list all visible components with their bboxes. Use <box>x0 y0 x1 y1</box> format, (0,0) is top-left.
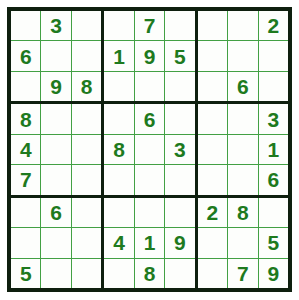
cell-r2c2[interactable] <box>41 41 70 70</box>
cell-r5c8[interactable] <box>228 135 257 164</box>
cell-r7c4[interactable] <box>104 198 133 227</box>
cell-r2c3[interactable] <box>72 41 101 70</box>
cell-r1c5[interactable]: 7 <box>135 11 164 40</box>
cell-r3c1[interactable] <box>11 72 40 101</box>
cell-r8c4[interactable]: 4 <box>104 228 133 257</box>
box-2-1: 847 <box>11 104 101 194</box>
cell-r4c3[interactable] <box>72 104 101 133</box>
cell-r2c9[interactable] <box>259 41 288 70</box>
cell-r2c8[interactable] <box>228 41 257 70</box>
cell-r7c3[interactable] <box>72 198 101 227</box>
sudoku-page: 369871952684768331665419828579 <box>0 0 299 300</box>
cell-r5c5[interactable] <box>135 135 164 164</box>
cell-r3c8[interactable]: 6 <box>228 72 257 101</box>
cell-r9c6[interactable] <box>165 259 194 288</box>
cell-r6c9[interactable]: 6 <box>259 165 288 194</box>
cell-r1c1[interactable] <box>11 11 40 40</box>
box-1-1: 3698 <box>11 11 101 101</box>
cell-r7c7[interactable]: 2 <box>198 198 227 227</box>
cell-r1c2[interactable]: 3 <box>41 11 70 40</box>
cell-r6c1[interactable]: 7 <box>11 165 40 194</box>
cell-r9c3[interactable] <box>72 259 101 288</box>
cell-r2c4[interactable]: 1 <box>104 41 133 70</box>
cell-r5c1[interactable]: 4 <box>11 135 40 164</box>
cell-r2c7[interactable] <box>198 41 227 70</box>
cell-r2c1[interactable]: 6 <box>11 41 40 70</box>
cell-r5c4[interactable]: 8 <box>104 135 133 164</box>
cell-r8c5[interactable]: 1 <box>135 228 164 257</box>
cell-r8c6[interactable]: 9 <box>165 228 194 257</box>
box-2-2: 683 <box>104 104 194 194</box>
cell-r8c2[interactable] <box>41 228 70 257</box>
cell-r4c8[interactable] <box>228 104 257 133</box>
cell-r2c5[interactable]: 9 <box>135 41 164 70</box>
cell-r9c9[interactable]: 9 <box>259 259 288 288</box>
cell-r6c3[interactable] <box>72 165 101 194</box>
box-1-3: 26 <box>198 11 288 101</box>
sudoku-board: 369871952684768331665419828579 <box>7 7 292 292</box>
cell-r3c6[interactable] <box>165 72 194 101</box>
cell-r4c5[interactable]: 6 <box>135 104 164 133</box>
cell-r1c9[interactable]: 2 <box>259 11 288 40</box>
cell-r6c2[interactable] <box>41 165 70 194</box>
cell-r8c8[interactable] <box>228 228 257 257</box>
cell-r6c5[interactable] <box>135 165 164 194</box>
cell-r5c3[interactable] <box>72 135 101 164</box>
cell-r7c6[interactable] <box>165 198 194 227</box>
cell-r1c6[interactable] <box>165 11 194 40</box>
cell-r4c2[interactable] <box>41 104 70 133</box>
cell-r1c4[interactable] <box>104 11 133 40</box>
box-3-1: 65 <box>11 198 101 288</box>
cell-r4c9[interactable]: 3 <box>259 104 288 133</box>
cell-r8c3[interactable] <box>72 228 101 257</box>
cell-r6c7[interactable] <box>198 165 227 194</box>
cell-r4c1[interactable]: 8 <box>11 104 40 133</box>
cell-r7c8[interactable]: 8 <box>228 198 257 227</box>
cell-r5c7[interactable] <box>198 135 227 164</box>
cell-r3c5[interactable] <box>135 72 164 101</box>
cell-r9c4[interactable] <box>104 259 133 288</box>
cell-r8c7[interactable] <box>198 228 227 257</box>
cell-r2c6[interactable]: 5 <box>165 41 194 70</box>
cell-r9c2[interactable] <box>41 259 70 288</box>
cell-r1c3[interactable] <box>72 11 101 40</box>
cell-r1c8[interactable] <box>228 11 257 40</box>
box-2-3: 316 <box>198 104 288 194</box>
box-3-3: 28579 <box>198 198 288 288</box>
cell-r6c6[interactable] <box>165 165 194 194</box>
cell-r7c1[interactable] <box>11 198 40 227</box>
cell-r8c9[interactable]: 5 <box>259 228 288 257</box>
cell-r3c3[interactable]: 8 <box>72 72 101 101</box>
box-3-2: 4198 <box>104 198 194 288</box>
cell-r6c4[interactable] <box>104 165 133 194</box>
cell-r3c9[interactable] <box>259 72 288 101</box>
cell-r9c7[interactable] <box>198 259 227 288</box>
cell-r8c1[interactable] <box>11 228 40 257</box>
cell-r7c5[interactable] <box>135 198 164 227</box>
cell-r5c9[interactable]: 1 <box>259 135 288 164</box>
cell-r3c4[interactable] <box>104 72 133 101</box>
cell-r5c2[interactable] <box>41 135 70 164</box>
cell-r1c7[interactable] <box>198 11 227 40</box>
cell-r9c5[interactable]: 8 <box>135 259 164 288</box>
cell-r3c2[interactable]: 9 <box>41 72 70 101</box>
cell-r5c6[interactable]: 3 <box>165 135 194 164</box>
cell-r4c7[interactable] <box>198 104 227 133</box>
cell-r4c4[interactable] <box>104 104 133 133</box>
cell-r7c2[interactable]: 6 <box>41 198 70 227</box>
cell-r3c7[interactable] <box>198 72 227 101</box>
cell-r9c1[interactable]: 5 <box>11 259 40 288</box>
cell-r6c8[interactable] <box>228 165 257 194</box>
cell-r9c8[interactable]: 7 <box>228 259 257 288</box>
cell-r4c6[interactable] <box>165 104 194 133</box>
box-1-2: 7195 <box>104 11 194 101</box>
cell-r7c9[interactable] <box>259 198 288 227</box>
